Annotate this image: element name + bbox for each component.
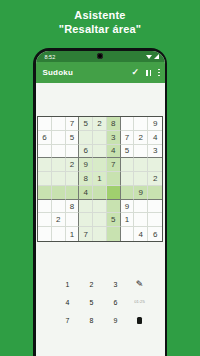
wifi-icon [146,55,152,59]
sudoku-cell-r8c1[interactable] [38,213,52,227]
sudoku-cell-r4c7[interactable] [121,158,135,172]
sudoku-cell-r9c6[interactable] [107,227,121,241]
sudoku-cell-r1c5[interactable]: 2 [93,117,107,131]
app-title: Sudoku [43,68,74,77]
sudoku-cell-r7c7[interactable]: 9 [121,200,135,214]
sudoku-cell-r5c4[interactable]: 8 [79,172,93,186]
overflow-menu-icon[interactable] [158,69,160,77]
app-bar-actions: ✓ [131,68,164,77]
sudoku-cell-r1c8[interactable] [134,117,148,131]
app-body: 75289653724645329781249892511746 123✎456… [36,83,165,356]
sudoku-cell-r2c3[interactable]: 5 [66,131,80,145]
check-icon[interactable]: ✓ [131,68,139,77]
sudoku-cell-r9c7[interactable] [121,227,135,241]
numpad-key-9[interactable]: 9 [104,311,128,329]
sudoku-cell-r8c9[interactable] [148,213,162,227]
sudoku-cell-r6c5[interactable] [93,186,107,200]
sudoku-cell-r8c2[interactable]: 2 [52,213,66,227]
sudoku-cell-r9c5[interactable] [93,227,107,241]
sudoku-cell-r5c3[interactable] [66,172,80,186]
sudoku-cell-r3c4[interactable]: 6 [79,145,93,159]
sudoku-cell-r7c1[interactable] [38,200,52,214]
assistant-headline: Asistente "Resaltar área" [0,8,200,36]
sudoku-cell-r1c1[interactable] [38,117,52,131]
eraser-icon[interactable] [128,311,152,329]
sudoku-cell-r4c8[interactable] [134,158,148,172]
sudoku-cell-r4c9[interactable] [148,158,162,172]
sudoku-cell-r8c7[interactable]: 1 [121,213,135,227]
number-pad: 123✎45601:25789 [56,275,152,329]
numpad-key-7[interactable]: 7 [56,311,80,329]
numpad-key-6[interactable]: 6 [104,293,128,311]
sudoku-cell-r5c2[interactable] [52,172,66,186]
signal-icon [154,54,159,59]
phone-mockup: 8:52 Sudoku ✓ 75289653724645329781249892… [33,48,167,356]
sudoku-cell-r4c5[interactable] [93,158,107,172]
sudoku-cell-r7c9[interactable] [148,200,162,214]
assistant-headline-line2: "Resaltar área" [0,22,200,36]
sudoku-cell-r3c6[interactable]: 4 [107,145,121,159]
sudoku-cell-r7c4[interactable] [79,200,93,214]
timer-text: 01:25 [128,293,152,311]
numpad-key-3[interactable]: 3 [104,275,128,293]
sudoku-cell-r8c3[interactable] [66,213,80,227]
sudoku-cell-r2c8[interactable]: 2 [134,131,148,145]
sudoku-cell-r2c6[interactable]: 3 [107,131,121,145]
numpad-key-2[interactable]: 2 [80,275,104,293]
sudoku-cell-r7c6[interactable] [107,200,121,214]
sudoku-cell-r6c7[interactable] [121,186,135,200]
sudoku-cell-r9c4[interactable]: 7 [79,227,93,241]
sudoku-cell-r7c3[interactable]: 8 [66,200,80,214]
sudoku-cell-r5c5[interactable]: 1 [93,172,107,186]
sudoku-cell-r3c9[interactable]: 3 [148,145,162,159]
sudoku-cell-r6c9[interactable] [148,186,162,200]
sudoku-cell-r7c2[interactable] [52,200,66,214]
sudoku-cell-r4c1[interactable] [38,158,52,172]
sudoku-cell-r2c5[interactable] [93,131,107,145]
sudoku-cell-r9c9[interactable]: 6 [148,227,162,241]
numpad-key-8[interactable]: 8 [80,311,104,329]
sudoku-cell-r3c2[interactable] [52,145,66,159]
sudoku-cell-r2c9[interactable]: 4 [148,131,162,145]
screenshot-stage: Asistente "Resaltar área" 8:52 Sudoku ✓ [0,0,200,356]
sudoku-board: 75289653724645329781249892511746 [37,116,163,242]
sudoku-cell-r7c5[interactable] [93,200,107,214]
sudoku-cell-r6c8[interactable]: 9 [134,186,148,200]
status-bar: 8:52 [36,51,165,62]
sudoku-cell-r2c1[interactable]: 6 [38,131,52,145]
sudoku-cell-r3c3[interactable] [66,145,80,159]
sudoku-cell-r6c2[interactable] [52,186,66,200]
app-bar: Sudoku ✓ [36,62,165,83]
sudoku-cell-r2c7[interactable]: 7 [121,131,135,145]
sudoku-cell-r5c6[interactable] [107,172,121,186]
sudoku-cell-r7c8[interactable] [134,200,148,214]
sudoku-cell-r3c7[interactable]: 5 [121,145,135,159]
sudoku-cell-r6c4[interactable]: 4 [79,186,93,200]
pencil-icon[interactable]: ✎ [128,275,152,293]
sudoku-cell-r9c8[interactable]: 4 [134,227,148,241]
sudoku-cell-r1c7[interactable] [121,117,135,131]
sudoku-cell-r6c6[interactable] [107,186,121,200]
sudoku-cell-r9c2[interactable] [52,227,66,241]
sudoku-cell-r9c3[interactable]: 1 [66,227,80,241]
sudoku-cell-r5c8[interactable] [134,172,148,186]
sudoku-cell-r5c7[interactable] [121,172,135,186]
numpad-key-5[interactable]: 5 [80,293,104,311]
sudoku-cell-r5c1[interactable] [38,172,52,186]
sudoku-cell-r8c6[interactable]: 5 [107,213,121,227]
sudoku-cell-r3c1[interactable] [38,145,52,159]
sudoku-cell-r6c1[interactable] [38,186,52,200]
sudoku-cell-r1c2[interactable] [52,117,66,131]
sudoku-cell-r8c4[interactable] [79,213,93,227]
assistant-headline-line1: Asistente [0,8,200,22]
sudoku-cell-r2c2[interactable] [52,131,66,145]
sudoku-cell-r3c8[interactable] [134,145,148,159]
sudoku-cell-r1c4[interactable]: 5 [79,117,93,131]
sudoku-cell-r4c4[interactable]: 9 [79,158,93,172]
sudoku-cell-r4c6[interactable]: 7 [107,158,121,172]
camera-punch-hole [97,53,103,59]
sudoku-cell-r1c9[interactable]: 9 [148,117,162,131]
clock-text: 8:52 [45,54,56,60]
sudoku-cell-r9c1[interactable] [38,227,52,241]
sudoku-cell-r3c5[interactable] [93,145,107,159]
sudoku-cell-r6c3[interactable] [66,186,80,200]
phone-screen: 8:52 Sudoku ✓ 75289653724645329781249892… [36,51,165,356]
pause-icon[interactable] [146,70,151,76]
sudoku-cell-r4c3[interactable]: 2 [66,158,80,172]
sudoku-cell-r8c8[interactable] [134,213,148,227]
numpad-key-1[interactable]: 1 [56,275,80,293]
sudoku-cell-r1c6[interactable]: 8 [107,117,121,131]
sudoku-cell-r8c5[interactable] [93,213,107,227]
sudoku-cell-r5c9[interactable]: 2 [148,172,162,186]
sudoku-cell-r4c2[interactable] [52,158,66,172]
status-icons [146,54,159,59]
numpad-key-4[interactable]: 4 [56,293,80,311]
sudoku-cell-r1c3[interactable]: 7 [66,117,80,131]
sudoku-cell-r2c4[interactable] [79,131,93,145]
